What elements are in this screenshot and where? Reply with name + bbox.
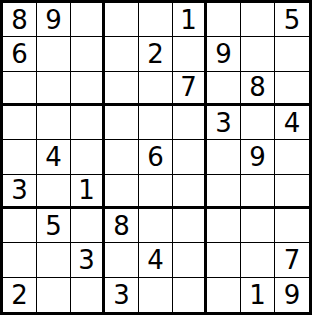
cell-r8c1[interactable] (3, 243, 37, 277)
cell-r2c8[interactable] (241, 37, 275, 71)
cell-r3c3[interactable] (71, 72, 105, 106)
cell-r6c5[interactable] (139, 175, 173, 209)
cell-r9c1[interactable]: 2 (3, 278, 37, 312)
cell-r5c1[interactable] (3, 140, 37, 174)
cell-r1c9[interactable]: 5 (275, 3, 309, 37)
cell-r5c5[interactable]: 6 (139, 140, 173, 174)
cell-r3c9[interactable] (275, 72, 309, 106)
cell-r1c7[interactable] (207, 3, 241, 37)
cell-r4c8[interactable] (241, 106, 275, 140)
cell-r5c8[interactable]: 9 (241, 140, 275, 174)
cell-r3c5[interactable] (139, 72, 173, 106)
cell-r8c7[interactable] (207, 243, 241, 277)
cell-r3c4[interactable] (105, 72, 139, 106)
cell-r8c9[interactable]: 7 (275, 243, 309, 277)
cell-r6c8[interactable] (241, 175, 275, 209)
cell-r5c6[interactable] (173, 140, 207, 174)
cell-r1c6[interactable]: 1 (173, 3, 207, 37)
cell-r6c6[interactable] (173, 175, 207, 209)
cell-r8c4[interactable] (105, 243, 139, 277)
cell-r2c9[interactable] (275, 37, 309, 71)
cell-r9c8[interactable]: 1 (241, 278, 275, 312)
cell-r7c1[interactable] (3, 209, 37, 243)
cell-r7c2[interactable]: 5 (37, 209, 71, 243)
cell-r8c2[interactable] (37, 243, 71, 277)
cell-r1c2[interactable]: 9 (37, 3, 71, 37)
cell-r9c9[interactable]: 9 (275, 278, 309, 312)
cell-r3c7[interactable] (207, 72, 241, 106)
cell-r4c6[interactable] (173, 106, 207, 140)
cell-r4c5[interactable] (139, 106, 173, 140)
cell-r4c9[interactable]: 4 (275, 106, 309, 140)
cell-r9c3[interactable] (71, 278, 105, 312)
cell-r1c4[interactable] (105, 3, 139, 37)
cell-r6c7[interactable] (207, 175, 241, 209)
cell-r6c9[interactable] (275, 175, 309, 209)
cell-r5c4[interactable] (105, 140, 139, 174)
cell-r1c8[interactable] (241, 3, 275, 37)
cell-r7c9[interactable] (275, 209, 309, 243)
cell-r6c3[interactable]: 1 (71, 175, 105, 209)
cell-r3c8[interactable]: 8 (241, 72, 275, 106)
cell-r3c1[interactable] (3, 72, 37, 106)
cell-r5c7[interactable] (207, 140, 241, 174)
cell-r5c9[interactable] (275, 140, 309, 174)
cell-r8c3[interactable]: 3 (71, 243, 105, 277)
cell-r7c5[interactable] (139, 209, 173, 243)
cell-r7c6[interactable] (173, 209, 207, 243)
cell-r2c3[interactable] (71, 37, 105, 71)
cell-r4c3[interactable] (71, 106, 105, 140)
cell-r2c1[interactable]: 6 (3, 37, 37, 71)
cell-r6c4[interactable] (105, 175, 139, 209)
cell-r4c2[interactable] (37, 106, 71, 140)
cell-r6c1[interactable]: 3 (3, 175, 37, 209)
cell-r2c4[interactable] (105, 37, 139, 71)
cell-r2c2[interactable] (37, 37, 71, 71)
cell-r2c7[interactable]: 9 (207, 37, 241, 71)
cell-r1c1[interactable]: 8 (3, 3, 37, 37)
cell-r7c7[interactable] (207, 209, 241, 243)
cell-r3c2[interactable] (37, 72, 71, 106)
sudoku-board: 8915629783446931583472319 (0, 0, 312, 315)
cell-r9c7[interactable] (207, 278, 241, 312)
cell-r9c5[interactable] (139, 278, 173, 312)
cell-r9c4[interactable]: 3 (105, 278, 139, 312)
cell-r4c4[interactable] (105, 106, 139, 140)
cell-r8c8[interactable] (241, 243, 275, 277)
cell-r4c1[interactable] (3, 106, 37, 140)
cell-r1c5[interactable] (139, 3, 173, 37)
cell-r9c2[interactable] (37, 278, 71, 312)
cell-r2c5[interactable]: 2 (139, 37, 173, 71)
cell-r7c3[interactable] (71, 209, 105, 243)
cell-r2c6[interactable] (173, 37, 207, 71)
cell-r7c8[interactable] (241, 209, 275, 243)
cell-r1c3[interactable] (71, 3, 105, 37)
cell-r9c6[interactable] (173, 278, 207, 312)
cell-r7c4[interactable]: 8 (105, 209, 139, 243)
cell-r3c6[interactable]: 7 (173, 72, 207, 106)
cell-r8c6[interactable] (173, 243, 207, 277)
cell-r6c2[interactable] (37, 175, 71, 209)
cell-r5c2[interactable]: 4 (37, 140, 71, 174)
cell-r4c7[interactable]: 3 (207, 106, 241, 140)
cell-r5c3[interactable] (71, 140, 105, 174)
cell-r8c5[interactable]: 4 (139, 243, 173, 277)
